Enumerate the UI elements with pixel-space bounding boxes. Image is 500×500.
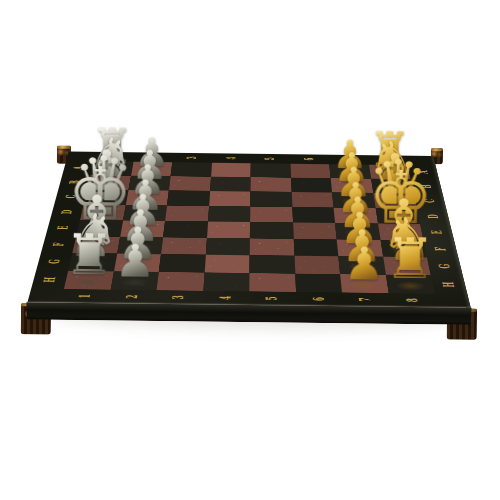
chess-set-photo: AABBCCDDEEFFGGHH1122334455667788 ♜♞♝♛♚♝♞… bbox=[0, 0, 500, 500]
piece-gold-pawn-h7[interactable]: ♟ bbox=[341, 241, 387, 287]
piece-gold-rook-h8[interactable]: ♜ bbox=[382, 231, 439, 288]
piece-silver-rook-h1[interactable]: ♜ bbox=[61, 227, 118, 284]
scene-tilt: AABBCCDDEEFFGGHH1122334455667788 ♜♞♝♛♚♝♞… bbox=[0, 0, 500, 500]
pieces-layer: ♜♞♝♛♚♝♞♜♟♟♟♟♟♟♟♟♟♟♟♟♟♟♟♟♜♞♝♛♚♝♞♜ bbox=[0, 0, 500, 500]
piece-silver-pawn-h2[interactable]: ♟ bbox=[112, 238, 158, 284]
